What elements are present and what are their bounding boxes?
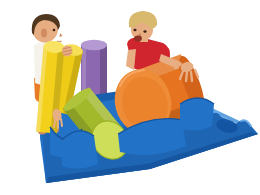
right-toddler-eye-right <box>143 30 146 32</box>
photo-scene <box>0 0 260 195</box>
left-toddler-nose <box>60 33 63 37</box>
front-wall-right-crest <box>180 98 214 131</box>
purple-cylinder-shade <box>100 44 107 99</box>
right-toddler-nose <box>139 33 141 35</box>
front-wall-green-groove <box>62 131 98 169</box>
right-toddler-eye-left <box>133 29 136 31</box>
foam-playset-illustration <box>0 0 260 195</box>
left-toddler-eye <box>53 29 56 32</box>
left-toddler-ear <box>41 29 47 38</box>
purple-cylinder-top <box>81 40 107 50</box>
